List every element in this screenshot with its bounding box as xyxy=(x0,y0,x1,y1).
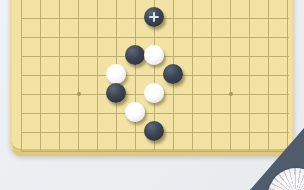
white-stone-f5 xyxy=(106,64,126,84)
white-stone-h4 xyxy=(144,83,164,103)
grid-line-horizontal xyxy=(22,113,289,114)
game-screen xyxy=(0,0,304,190)
grid-line-vertical xyxy=(268,0,269,152)
grid-line-vertical xyxy=(40,0,41,152)
grid-line-vertical xyxy=(21,0,22,152)
grid-line-vertical xyxy=(135,0,136,152)
grid-line-horizontal xyxy=(22,151,289,152)
black-stone-h8 xyxy=(144,7,164,27)
grid-line-horizontal xyxy=(22,37,289,38)
grid-line-vertical xyxy=(287,0,288,152)
black-stone-i5 xyxy=(163,64,183,84)
grid-line-vertical xyxy=(230,0,231,152)
grid-line-vertical xyxy=(211,0,212,152)
grid-line-vertical xyxy=(59,0,60,152)
grid-line-horizontal xyxy=(22,75,289,76)
last-move-marker xyxy=(149,12,159,22)
grid-line-vertical xyxy=(97,0,98,152)
star-point xyxy=(229,92,233,96)
star-point xyxy=(77,92,81,96)
gomoku-board[interactable] xyxy=(10,0,294,156)
grid-line-vertical xyxy=(192,0,193,152)
black-stone-f4 xyxy=(106,83,126,103)
grid-line-vertical xyxy=(249,0,250,152)
black-stone-h2 xyxy=(144,121,164,141)
black-stone-g6 xyxy=(125,45,145,65)
white-stone-g3 xyxy=(125,102,145,122)
grid-line-vertical xyxy=(78,0,79,152)
white-stone-h6 xyxy=(144,45,164,65)
